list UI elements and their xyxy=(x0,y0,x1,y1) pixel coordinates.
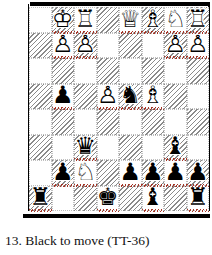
square-g5[interactable] xyxy=(52,109,75,135)
square-d1[interactable]: ♛♕ xyxy=(119,7,142,33)
piece-wP-e4: ♙ xyxy=(97,83,119,107)
square-d2[interactable] xyxy=(119,33,142,59)
square-d7[interactable]: ♟ xyxy=(119,160,142,186)
scan-underline-mark xyxy=(52,107,75,110)
square-f3[interactable] xyxy=(74,58,97,84)
scan-underline-mark xyxy=(187,31,210,34)
square-g3[interactable] xyxy=(52,58,75,84)
piece-bR-h8: ♜ xyxy=(29,185,51,209)
square-c5[interactable] xyxy=(142,109,165,135)
piece-wR-f1: ♖ xyxy=(74,7,96,31)
square-g1[interactable]: ♚♔ xyxy=(52,7,75,33)
piece-bB-b6: ♝ xyxy=(164,134,186,158)
scan-underline-mark xyxy=(142,209,165,212)
piece-wK-g1: ♔ xyxy=(52,7,74,31)
square-b2[interactable]: ♟♙ xyxy=(164,33,187,59)
square-b8[interactable] xyxy=(164,186,187,212)
square-b7[interactable]: ♟ xyxy=(164,160,187,186)
square-a5[interactable] xyxy=(187,109,210,135)
square-c6[interactable] xyxy=(142,135,165,161)
piece-bK-e8: ♚ xyxy=(97,185,119,209)
piece-bP-a7: ♟ xyxy=(187,160,209,184)
piece-wB-c4: ♗ xyxy=(142,83,164,107)
piece-bP-d7: ♟ xyxy=(119,160,141,184)
square-g2[interactable]: ♟♙ xyxy=(52,33,75,59)
square-c8[interactable]: ♝ xyxy=(142,186,165,212)
square-e3[interactable] xyxy=(97,58,120,84)
scan-underline-mark xyxy=(187,56,210,59)
square-g7[interactable]: ♟ xyxy=(52,160,75,186)
scan-underline-mark xyxy=(164,56,187,59)
square-c2[interactable] xyxy=(142,33,165,59)
scan-underline-mark xyxy=(119,107,142,110)
square-h1[interactable] xyxy=(29,7,52,33)
square-f7[interactable]: ♞♘ xyxy=(74,160,97,186)
chess-board: ♚♔♜♖♛♕♝♗♞♘♜♖♟♙♟♙♟♙♟♙♟♟♙♞♝♗♛♝♟♞♘♟♟♟♟♜♚♝♜ xyxy=(29,7,209,211)
scan-underline-mark xyxy=(164,184,187,187)
square-f1[interactable]: ♜♖ xyxy=(74,7,97,33)
piece-wB-c1: ♗ xyxy=(142,7,164,31)
square-d4[interactable]: ♞ xyxy=(119,84,142,110)
board-bottom-border xyxy=(23,214,210,218)
piece-bR-a8: ♜ xyxy=(187,185,209,209)
square-e8[interactable]: ♚ xyxy=(97,186,120,212)
scan-underline-mark xyxy=(52,56,75,59)
scan-underline-mark xyxy=(187,184,210,187)
square-a4[interactable] xyxy=(187,84,210,110)
piece-bN-d4: ♞ xyxy=(119,83,141,107)
square-h4[interactable] xyxy=(29,84,52,110)
piece-bQ-f6: ♛ xyxy=(74,134,96,158)
square-h2[interactable] xyxy=(29,33,52,59)
diagram-caption: 13. Black to move (TT-36) xyxy=(5,233,150,249)
piece-wP-f2: ♙ xyxy=(74,32,96,56)
scan-underline-mark xyxy=(52,184,75,187)
scan-underline-mark xyxy=(52,31,75,34)
square-g4[interactable]: ♟ xyxy=(52,84,75,110)
square-e5[interactable] xyxy=(97,109,120,135)
square-d6[interactable] xyxy=(119,135,142,161)
square-h5[interactable] xyxy=(29,109,52,135)
scan-underline-mark xyxy=(164,158,187,161)
piece-wN-f7: ♘ xyxy=(74,160,96,184)
square-d8[interactable] xyxy=(119,186,142,212)
piece-wR-a1: ♖ xyxy=(187,7,209,31)
square-d5[interactable] xyxy=(119,109,142,135)
piece-wN-b1: ♘ xyxy=(164,7,186,31)
scan-underline-mark xyxy=(74,158,97,161)
square-f5[interactable] xyxy=(74,109,97,135)
square-f8[interactable] xyxy=(74,186,97,212)
square-a2[interactable]: ♟♙ xyxy=(187,33,210,59)
square-f4[interactable] xyxy=(74,84,97,110)
scan-underline-mark xyxy=(187,209,210,212)
piece-bP-c7: ♟ xyxy=(142,160,164,184)
square-e6[interactable] xyxy=(97,135,120,161)
piece-bP-g4: ♟ xyxy=(52,83,74,107)
square-c7[interactable]: ♟ xyxy=(142,160,165,186)
square-b4[interactable] xyxy=(164,84,187,110)
square-f2[interactable]: ♟♙ xyxy=(74,33,97,59)
piece-wP-b2: ♙ xyxy=(164,32,186,56)
piece-wP-g2: ♙ xyxy=(52,32,74,56)
square-g8[interactable] xyxy=(52,186,75,212)
square-c4[interactable]: ♝♗ xyxy=(142,84,165,110)
square-c3[interactable] xyxy=(142,58,165,84)
square-a1[interactable]: ♜♖ xyxy=(187,7,210,33)
square-a6[interactable] xyxy=(187,135,210,161)
square-b3[interactable] xyxy=(164,58,187,84)
scan-underline-mark xyxy=(142,107,165,110)
square-e1[interactable] xyxy=(97,7,120,33)
piece-wQ-d1: ♕ xyxy=(119,7,141,31)
scan-underline-mark xyxy=(29,209,52,212)
square-e2[interactable] xyxy=(97,33,120,59)
square-h8[interactable]: ♜ xyxy=(29,186,52,212)
square-a8[interactable]: ♜ xyxy=(187,186,210,212)
square-e7[interactable] xyxy=(97,160,120,186)
square-h7[interactable] xyxy=(29,160,52,186)
square-a3[interactable] xyxy=(187,58,210,84)
square-d3[interactable] xyxy=(119,58,142,84)
puzzle-diagram-page: ♚♔♜♖♛♕♝♗♞♘♜♖♟♙♟♙♟♙♟♙♟♟♙♞♝♗♛♝♟♞♘♟♟♟♟♜♚♝♜ … xyxy=(0,0,212,255)
piece-wP-a2: ♙ xyxy=(187,32,209,56)
scan-underline-mark xyxy=(119,31,142,34)
square-h3[interactable] xyxy=(29,58,52,84)
square-b1[interactable]: ♞♘ xyxy=(164,7,187,33)
scan-underline-mark xyxy=(97,107,120,110)
square-c1[interactable]: ♝♗ xyxy=(142,7,165,33)
square-h6[interactable] xyxy=(29,135,52,161)
square-a7[interactable]: ♟ xyxy=(187,160,210,186)
square-g6[interactable] xyxy=(52,135,75,161)
square-e4[interactable]: ♟♙ xyxy=(97,84,120,110)
piece-bP-g7: ♟ xyxy=(52,160,74,184)
scan-underline-mark xyxy=(74,184,97,187)
scan-underline-mark xyxy=(164,31,187,34)
scan-underline-mark xyxy=(142,31,165,34)
square-b6[interactable]: ♝ xyxy=(164,135,187,161)
scan-underline-mark xyxy=(119,184,142,187)
scan-underline-mark xyxy=(142,184,165,187)
scan-underline-mark xyxy=(74,56,97,59)
square-f6[interactable]: ♛ xyxy=(74,135,97,161)
scan-underline-mark xyxy=(97,209,120,212)
square-b5[interactable] xyxy=(164,109,187,135)
scan-underline-mark xyxy=(74,31,97,34)
piece-bB-c8: ♝ xyxy=(142,185,164,209)
piece-bP-b7: ♟ xyxy=(164,160,186,184)
